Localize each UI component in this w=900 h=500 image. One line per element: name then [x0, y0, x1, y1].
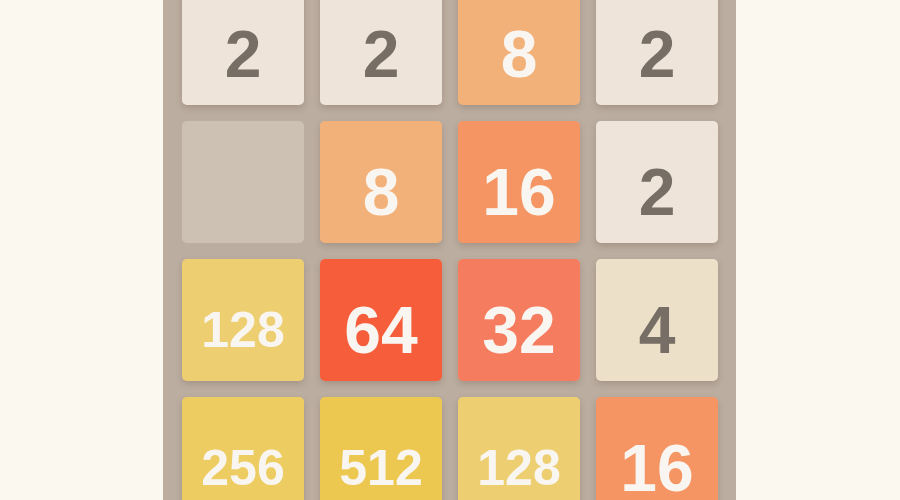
tile-grid: 228281621286432425651212816 [182, 0, 718, 500]
tile-value: 16 [482, 159, 555, 225]
board-cell: 2 [596, 0, 718, 105]
tile-256: 256 [182, 397, 304, 500]
board-cell: 64 [320, 259, 442, 381]
tile-value: 8 [501, 21, 538, 87]
board-cell: 256 [182, 397, 304, 500]
tile-16: 16 [596, 397, 718, 500]
tile-value: 256 [201, 443, 284, 493]
tile-value: 512 [339, 443, 422, 493]
tile-value: 64 [344, 297, 417, 363]
tile-value: 4 [639, 297, 676, 363]
tile-value: 2 [225, 21, 262, 87]
board-cell: 2 [320, 0, 442, 105]
tile-value: 128 [477, 443, 560, 493]
tile-2: 2 [320, 0, 442, 105]
tile-16: 16 [458, 121, 580, 243]
board-cell: 8 [458, 0, 580, 105]
tile-8: 8 [458, 0, 580, 105]
page-background: 228281621286432425651212816 [0, 0, 900, 500]
tile-value: 32 [482, 297, 555, 363]
tile-value: 16 [620, 435, 693, 500]
board-cell: 8 [320, 121, 442, 243]
tile-2: 2 [182, 0, 304, 105]
tile-2: 2 [596, 121, 718, 243]
board-cell: 512 [320, 397, 442, 500]
tile-512: 512 [320, 397, 442, 500]
board-cell: 16 [596, 397, 718, 500]
tile-64: 64 [320, 259, 442, 381]
tile-value: 2 [363, 21, 400, 87]
tile-128: 128 [458, 397, 580, 500]
tile-value: 8 [363, 159, 400, 225]
board-cell: 128 [182, 259, 304, 381]
board-cell: 16 [458, 121, 580, 243]
tile-4: 4 [596, 259, 718, 381]
tile-value: 128 [201, 305, 284, 355]
tile-8: 8 [320, 121, 442, 243]
tile-value: 2 [639, 21, 676, 87]
tile-128: 128 [182, 259, 304, 381]
tile-value: 2 [639, 159, 676, 225]
board-cell: 4 [596, 259, 718, 381]
board-cell: 32 [458, 259, 580, 381]
board-cell-empty [182, 121, 304, 243]
tile-2: 2 [596, 0, 718, 105]
board-cell: 2 [596, 121, 718, 243]
board-cell: 128 [458, 397, 580, 500]
tile-32: 32 [458, 259, 580, 381]
game-board[interactable]: 228281621286432425651212816 [163, 0, 736, 500]
board-cell: 2 [182, 0, 304, 105]
